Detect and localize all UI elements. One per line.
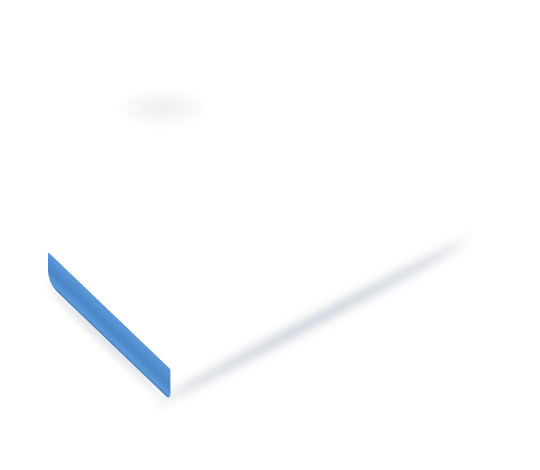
insert-underside <box>0 28 50 34</box>
cutting-insert <box>0 0 52 26</box>
insert-underside <box>0 4 48 6</box>
cutting-insert <box>0 210 52 237</box>
box-left-wall <box>48 252 170 400</box>
insert-underside <box>0 206 45 225</box>
cutting-insert <box>0 26 54 52</box>
cutting-insert <box>0 131 50 158</box>
scene <box>0 0 540 470</box>
front-wall-emboss-mark <box>170 361 186 369</box>
cutting-insert <box>0 237 50 264</box>
insert-underside <box>0 100 45 119</box>
cutting-insert <box>0 158 52 184</box>
background-smudge <box>112 88 212 128</box>
cutting-insert <box>0 77 52 103</box>
cutting-insert <box>0 52 52 77</box>
cutting-insert <box>0 184 50 210</box>
insert-underside <box>0 127 42 149</box>
insert-underside <box>0 160 49 164</box>
insert-underside <box>0 54 49 58</box>
front-wall-emboss-mark <box>170 357 193 369</box>
insert-underside <box>0 185 45 195</box>
cutting-insert <box>0 103 52 131</box>
insert-top-face <box>0 0 52 1</box>
